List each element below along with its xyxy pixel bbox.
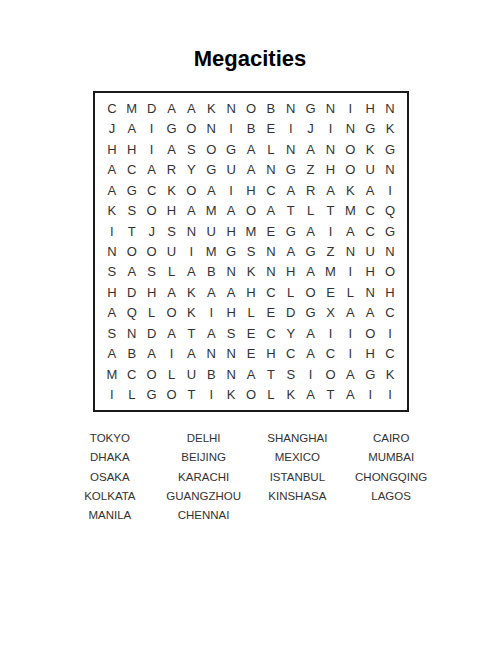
grid-cell: I: [102, 385, 122, 405]
grid-cell: I: [360, 385, 380, 405]
grid-cell: I: [321, 221, 341, 241]
grid-cell: A: [281, 241, 301, 261]
word-item: CHENNAI: [157, 506, 251, 525]
grid-cell: A: [321, 180, 341, 200]
grid-cell: I: [221, 180, 241, 200]
grid-cell: J: [142, 221, 162, 241]
grid-cell: A: [181, 262, 201, 282]
grid-cell: N: [261, 262, 281, 282]
grid-cell: H: [360, 98, 380, 118]
grid-cell: L: [162, 364, 182, 384]
grid-cell: U: [221, 159, 241, 179]
grid-cell: I: [301, 364, 321, 384]
grid-cell: Q: [122, 303, 142, 323]
grid-cell: A: [301, 139, 321, 159]
grid-cell: A: [102, 159, 122, 179]
grid-cell: H: [241, 282, 261, 302]
grid-cell: A: [122, 262, 142, 282]
grid-cell: H: [162, 200, 182, 220]
grid-cell: L: [261, 139, 281, 159]
grid-cell: N: [380, 241, 400, 261]
grid-cell: I: [142, 118, 162, 138]
grid-cell: N: [221, 344, 241, 364]
word-item: MUMBAI: [344, 448, 438, 467]
grid-cell: E: [321, 282, 341, 302]
grid-cell: I: [321, 323, 341, 343]
word-item: KARACHI: [157, 468, 251, 487]
grid-cell: E: [241, 323, 261, 343]
grid-cell: A: [281, 180, 301, 200]
grid-cell: A: [142, 159, 162, 179]
grid-cell: R: [162, 159, 182, 179]
grid-cell: N: [340, 118, 360, 138]
word-list-column: CAIROMUMBAICHONGQINGLAGOS: [344, 429, 438, 525]
grid-cell: K: [181, 303, 201, 323]
grid-cell: D: [122, 282, 142, 302]
grid-cell: K: [102, 200, 122, 220]
grid-cell: H: [360, 262, 380, 282]
word-item: SHANGHAI: [251, 429, 345, 448]
grid-cell: L: [301, 200, 321, 220]
grid-cell: E: [261, 221, 281, 241]
grid-cell: A: [201, 323, 221, 343]
grid-cell: G: [281, 159, 301, 179]
grid-cell: C: [261, 323, 281, 343]
grid-cell: M: [201, 241, 221, 261]
grid-cell: N: [380, 159, 400, 179]
grid-cell: S: [221, 323, 241, 343]
grid-cell: B: [241, 118, 261, 138]
grid-cell: C: [360, 200, 380, 220]
grid-cell: O: [321, 364, 341, 384]
grid-cell: N: [221, 262, 241, 282]
grid-cell: D: [281, 303, 301, 323]
grid-cell: X: [321, 303, 341, 323]
grid-cell: U: [201, 221, 221, 241]
grid-cell: T: [281, 200, 301, 220]
grid-cell: H: [360, 344, 380, 364]
grid-cell: I: [201, 385, 221, 405]
grid-cell: O: [181, 118, 201, 138]
grid-cell: A: [102, 180, 122, 200]
grid-cell: O: [360, 323, 380, 343]
grid-cell: U: [181, 364, 201, 384]
grid-cell: M: [102, 364, 122, 384]
grid-cell: C: [321, 344, 341, 364]
grid-cell: A: [221, 200, 241, 220]
grid-cell: N: [122, 323, 142, 343]
word-item: MEXICO: [251, 448, 345, 467]
grid-cell: O: [181, 180, 201, 200]
word-search-grid: CMDAAKNOBNGNIHNJAIGONIBEIJINGKHHIASOGALN…: [93, 91, 409, 412]
grid-cell: D: [142, 98, 162, 118]
grid-cell: N: [201, 344, 221, 364]
grid-cell: I: [181, 241, 201, 261]
grid-cell: H: [102, 282, 122, 302]
word-item: LAGOS: [344, 487, 438, 506]
grid-cell: Y: [281, 323, 301, 343]
grid-cell: I: [340, 323, 360, 343]
grid-cell: G: [301, 303, 321, 323]
grid-cell: A: [340, 364, 360, 384]
word-item: ISTANBUL: [251, 468, 345, 487]
grid-cell: I: [321, 118, 341, 138]
grid-cell: K: [221, 385, 241, 405]
grid-cell: G: [122, 180, 142, 200]
grid-cell: K: [281, 385, 301, 405]
grid-cell: O: [142, 241, 162, 261]
grid-cell: U: [360, 159, 380, 179]
grid-cell: A: [301, 323, 321, 343]
grid-cell: A: [301, 221, 321, 241]
word-item: CAIRO: [344, 429, 438, 448]
grid-cell: N: [102, 241, 122, 261]
grid-cell: L: [142, 303, 162, 323]
grid-cell: J: [301, 118, 321, 138]
grid-cell: Z: [321, 241, 341, 261]
grid-cell: A: [241, 139, 261, 159]
grid-cell: Y: [181, 159, 201, 179]
grid-cell: S: [281, 364, 301, 384]
grid-cell: G: [162, 118, 182, 138]
grid-cell: K: [241, 262, 261, 282]
grid-cell: A: [301, 262, 321, 282]
grid-cell: B: [201, 262, 221, 282]
grid-cell: S: [181, 139, 201, 159]
grid-cell: I: [142, 139, 162, 159]
grid-cell: C: [122, 159, 142, 179]
grid-cell: I: [201, 303, 221, 323]
grid-cell: T: [181, 385, 201, 405]
grid-cell: K: [380, 364, 400, 384]
grid-cell: A: [201, 282, 221, 302]
grid-cell: I: [162, 344, 182, 364]
grid-cell: N: [201, 118, 221, 138]
grid-cell: O: [142, 364, 162, 384]
grid-cell: K: [181, 282, 201, 302]
grid-cell: M: [201, 200, 221, 220]
grid-cell: N: [380, 98, 400, 118]
grid-cell: J: [102, 118, 122, 138]
grid-cell: A: [181, 344, 201, 364]
page-title: Megacities: [0, 46, 500, 72]
grid-cell: H: [122, 139, 142, 159]
grid-cell: A: [181, 200, 201, 220]
grid-cell: O: [340, 139, 360, 159]
grid-cell: E: [261, 118, 281, 138]
grid-cell: N: [281, 139, 301, 159]
grid-cell: N: [261, 159, 281, 179]
grid-cell: N: [221, 98, 241, 118]
grid-cell: C: [102, 98, 122, 118]
word-item: OSAKA: [63, 468, 157, 487]
grid-cell: E: [261, 303, 281, 323]
grid-cell: I: [380, 323, 400, 343]
grid-cell: H: [380, 282, 400, 302]
grid-cell: A: [162, 139, 182, 159]
grid-cell: A: [181, 98, 201, 118]
grid-cell: A: [360, 180, 380, 200]
grid-cell: G: [380, 139, 400, 159]
grid-cell: A: [360, 303, 380, 323]
word-item: GUANGZHOU: [157, 487, 251, 506]
grid-cell: A: [122, 118, 142, 138]
grid-cell: N: [181, 221, 201, 241]
word-list-column: TOKYODHAKAOSAKAKOLKATAMANILA: [63, 429, 157, 525]
grid-cell: C: [380, 303, 400, 323]
word-item: KINSHASA: [251, 487, 345, 506]
grid-cell: C: [261, 282, 281, 302]
grid-cell: T: [321, 200, 341, 220]
grid-cell: G: [360, 118, 380, 138]
grid-cell: G: [281, 221, 301, 241]
grid-cell: D: [142, 323, 162, 343]
grid-cell: G: [301, 241, 321, 261]
grid-cell: I: [340, 98, 360, 118]
grid-cell: R: [301, 180, 321, 200]
grid-cell: N: [281, 98, 301, 118]
grid-cell: G: [380, 221, 400, 241]
grid-cell: A: [301, 385, 321, 405]
grid-cell: T: [321, 385, 341, 405]
grid-cell: H: [221, 303, 241, 323]
word-item: KOLKATA: [63, 487, 157, 506]
grid-cell: N: [340, 241, 360, 261]
grid-cell: N: [261, 241, 281, 261]
grid-cell: A: [301, 344, 321, 364]
grid-cell: A: [241, 364, 261, 384]
grid-cell: K: [380, 118, 400, 138]
grid-cell: L: [340, 282, 360, 302]
grid-cell: H: [281, 262, 301, 282]
word-item: MANILA: [63, 506, 157, 525]
page: Megacities CMDAAKNOBNGNIHNJAIGONIBEIJING…: [0, 0, 500, 647]
word-item: TOKYO: [63, 429, 157, 448]
grid-cell: K: [201, 98, 221, 118]
word-item: DELHI: [157, 429, 251, 448]
grid-cell: G: [301, 98, 321, 118]
grid-cell: C: [142, 180, 162, 200]
grid-cell: O: [122, 241, 142, 261]
grid-cell: O: [241, 98, 261, 118]
grid-cell: T: [122, 221, 142, 241]
grid-cell: C: [261, 180, 281, 200]
grid-cell: L: [261, 385, 281, 405]
grid-cell: L: [122, 385, 142, 405]
grid-cell: E: [241, 344, 261, 364]
grid-cell: A: [340, 303, 360, 323]
grid-cell: U: [162, 241, 182, 261]
grid-cell: A: [102, 303, 122, 323]
grid-cell: K: [340, 180, 360, 200]
grid-cell: N: [321, 139, 341, 159]
grid-cell: G: [201, 159, 221, 179]
grid-cell: A: [201, 180, 221, 200]
grid-cell: S: [162, 221, 182, 241]
grid-cell: I: [340, 344, 360, 364]
grid-cell: M: [241, 221, 261, 241]
grid-cell: B: [201, 364, 221, 384]
grid-cell: A: [162, 98, 182, 118]
grid-cell: G: [221, 241, 241, 261]
grid-cell: H: [102, 139, 122, 159]
grid-cell: L: [162, 262, 182, 282]
grid-cell: C: [380, 344, 400, 364]
grid-cell: O: [201, 139, 221, 159]
grid-cell: A: [241, 159, 261, 179]
grid-cell: T: [261, 364, 281, 384]
grid-cell: M: [321, 262, 341, 282]
word-item: BEIJING: [157, 448, 251, 467]
grid-cell: G: [360, 364, 380, 384]
grid-cell: S: [241, 241, 261, 261]
grid-cell: B: [122, 344, 142, 364]
grid-cell: H: [261, 344, 281, 364]
grid-cell: A: [142, 344, 162, 364]
grid-cell: O: [162, 385, 182, 405]
grid-cell: M: [122, 98, 142, 118]
grid-cell: H: [241, 180, 261, 200]
grid-cell: C: [281, 344, 301, 364]
grid-cell: A: [102, 344, 122, 364]
grid-cell: M: [340, 200, 360, 220]
grid-cell: I: [340, 262, 360, 282]
grid-cell: O: [380, 262, 400, 282]
grid-cell: A: [340, 221, 360, 241]
grid-cell: L: [241, 303, 261, 323]
grid-cell: L: [281, 282, 301, 302]
grid-cell: I: [380, 180, 400, 200]
grid-cell: N: [360, 282, 380, 302]
grid-cell: O: [162, 303, 182, 323]
grid-cell: G: [142, 385, 162, 405]
grid-cell: I: [221, 118, 241, 138]
grid-cell: T: [181, 323, 201, 343]
grid-cell: G: [221, 139, 241, 159]
grid-cell: H: [142, 282, 162, 302]
grid-cell: O: [340, 159, 360, 179]
grid-cell: K: [162, 180, 182, 200]
grid-cell: A: [162, 323, 182, 343]
grid-cell: O: [142, 200, 162, 220]
grid-cell: O: [241, 200, 261, 220]
grid-cell: N: [321, 98, 341, 118]
grid-cell: B: [261, 98, 281, 118]
grid-cell: O: [241, 385, 261, 405]
grid-cell: Z: [301, 159, 321, 179]
grid-cell: K: [360, 139, 380, 159]
word-list-column: DELHIBEIJINGKARACHIGUANGZHOUCHENNAI: [157, 429, 251, 525]
grid-cell: A: [261, 200, 281, 220]
word-list: TOKYODHAKAOSAKAKOLKATAMANILADELHIBEIJING…: [63, 429, 438, 525]
grid-cell: C: [122, 364, 142, 384]
word-item: CHONGQING: [344, 468, 438, 487]
grid-cell: U: [360, 241, 380, 261]
grid-cell: A: [221, 282, 241, 302]
grid-cell: I: [380, 385, 400, 405]
grid-cell: S: [142, 262, 162, 282]
word-list-column: SHANGHAIMEXICOISTANBULKINSHASA: [251, 429, 345, 525]
grid-cell: C: [360, 221, 380, 241]
grid-cell: A: [162, 282, 182, 302]
grid-cell: H: [321, 159, 341, 179]
grid-cell: S: [102, 323, 122, 343]
grid-cell: Q: [380, 200, 400, 220]
grid-cell: I: [102, 221, 122, 241]
grid-cell: N: [221, 364, 241, 384]
grid-cell: O: [301, 282, 321, 302]
word-item: DHAKA: [63, 448, 157, 467]
grid-cell: A: [340, 385, 360, 405]
grid-cell: S: [122, 200, 142, 220]
grid-cell: S: [102, 262, 122, 282]
grid-cell: H: [221, 221, 241, 241]
grid-cell: I: [281, 118, 301, 138]
